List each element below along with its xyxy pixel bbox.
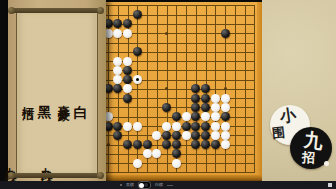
menu-icon[interactable] <box>328 183 332 187</box>
black-stone[interactable] <box>191 112 200 121</box>
white-stone[interactable] <box>182 112 191 121</box>
black-player-rank: 九段 <box>2 158 19 162</box>
white-color-label: 白 <box>72 94 90 96</box>
logo-char-1: 小 <box>279 107 297 125</box>
white-stone[interactable] <box>172 122 181 131</box>
white-side-label: 白棋 <box>155 181 163 189</box>
color-toggle-group[interactable]: 黑棋 白棋 <box>120 181 173 189</box>
white-stone[interactable] <box>113 57 122 66</box>
white-stone[interactable] <box>113 29 122 38</box>
black-stone[interactable] <box>143 140 152 149</box>
logo-char-2: 围 <box>271 125 285 139</box>
white-stone[interactable] <box>152 131 161 140</box>
star-point <box>165 32 168 35</box>
white-stone[interactable] <box>133 122 142 131</box>
white-stone[interactable] <box>221 94 230 103</box>
white-stone[interactable] <box>221 103 230 112</box>
black-stone[interactable] <box>191 122 200 131</box>
player-scroll-panel: 白 辜梓豪 九段 黑 柯洁 九段 <box>8 0 106 189</box>
black-stone[interactable] <box>191 103 200 112</box>
black-stone[interactable] <box>123 94 132 103</box>
black-stone[interactable] <box>123 19 132 28</box>
white-stone[interactable] <box>211 112 220 121</box>
white-stone[interactable] <box>162 122 171 131</box>
white-stone[interactable] <box>123 122 132 131</box>
white-stone[interactable] <box>211 103 220 112</box>
channel-logo: 小 围 九 招 <box>268 95 332 175</box>
black-stone[interactable] <box>123 140 132 149</box>
black-stone[interactable] <box>221 29 230 38</box>
white-player-column: 白 辜梓豪 九段 <box>60 16 90 168</box>
black-stone[interactable] <box>162 140 171 149</box>
black-stone[interactable] <box>123 66 132 75</box>
white-stone[interactable] <box>152 149 161 158</box>
white-stone[interactable] <box>133 159 142 168</box>
black-stone[interactable] <box>221 112 230 121</box>
logo-char-4: 招 <box>302 151 316 165</box>
white-stone[interactable] <box>143 149 152 158</box>
bullet-icon <box>120 184 122 186</box>
logo-accent-dot <box>324 161 329 166</box>
black-stone[interactable] <box>201 122 210 131</box>
scroll-bottom-roller <box>11 173 101 178</box>
channel-logo-panel: 小 围 九 招 <box>262 0 336 181</box>
white-stone[interactable] <box>123 84 132 93</box>
black-stone[interactable] <box>113 84 122 93</box>
white-stone[interactable] <box>123 57 132 66</box>
white-stone[interactable] <box>201 112 210 121</box>
black-color-label: 黑 <box>36 94 54 96</box>
dash-icon <box>167 185 173 186</box>
black-stone[interactable] <box>211 140 220 149</box>
black-stone[interactable] <box>113 131 122 140</box>
black-stone[interactable] <box>162 103 171 112</box>
color-toggle[interactable] <box>138 181 151 189</box>
black-stone[interactable] <box>191 131 200 140</box>
black-stone[interactable] <box>172 131 181 140</box>
last-move-marker <box>136 78 139 81</box>
white-player-name: 辜梓豪 <box>55 95 72 101</box>
black-stone[interactable] <box>123 75 132 84</box>
black-stone[interactable] <box>133 140 142 149</box>
white-stone[interactable] <box>221 131 230 140</box>
white-stone[interactable] <box>182 131 191 140</box>
black-stone[interactable] <box>113 19 122 28</box>
logo-char-3: 九 <box>303 130 324 151</box>
video-frame: 白 辜梓豪 九段 黑 柯洁 九段 小 围 九 招 黑棋 <box>0 0 336 189</box>
black-stone[interactable] <box>133 10 142 19</box>
white-stone[interactable] <box>221 122 230 131</box>
white-stone[interactable] <box>123 29 132 38</box>
star-point <box>165 87 168 90</box>
black-stone[interactable] <box>201 84 210 93</box>
black-stone[interactable] <box>133 47 142 56</box>
black-stone[interactable] <box>201 94 210 103</box>
black-stone[interactable] <box>172 112 181 121</box>
black-player-column: 黑 柯洁 九段 <box>24 16 54 168</box>
black-stone[interactable] <box>182 122 191 131</box>
black-stone[interactable] <box>201 140 210 149</box>
white-stone[interactable] <box>211 94 220 103</box>
white-stone[interactable] <box>172 159 181 168</box>
toggle-black-stone-icon <box>144 183 148 187</box>
black-stone[interactable] <box>162 131 171 140</box>
white-stone[interactable] <box>113 75 122 84</box>
star-point <box>224 87 227 90</box>
white-stone[interactable] <box>211 122 220 131</box>
black-player-name: 柯洁 <box>19 96 36 100</box>
black-stone[interactable] <box>191 140 200 149</box>
white-stone[interactable] <box>211 131 220 140</box>
black-stone[interactable] <box>172 140 181 149</box>
white-stone[interactable] <box>113 66 122 75</box>
white-stone[interactable] <box>133 75 142 84</box>
control-bar: 黑棋 白棋 <box>0 181 336 189</box>
black-stone[interactable] <box>172 149 181 158</box>
scroll-top-roller <box>11 8 101 13</box>
black-stone[interactable] <box>113 122 122 131</box>
white-stone[interactable] <box>221 140 230 149</box>
black-stone[interactable] <box>191 84 200 93</box>
black-side-label: 黑棋 <box>126 181 134 189</box>
black-stone[interactable] <box>201 103 210 112</box>
black-stone[interactable] <box>191 94 200 103</box>
black-stone[interactable] <box>201 131 210 140</box>
star-point <box>107 143 110 146</box>
